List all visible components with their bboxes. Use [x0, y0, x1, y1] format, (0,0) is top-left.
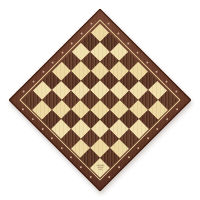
frame-dot: [108, 22, 111, 25]
frame-dot: [137, 51, 140, 54]
squares-grid: [23, 23, 177, 177]
frame-dot: [146, 137, 149, 140]
frame-dot: [127, 41, 130, 44]
frame-dot: [165, 117, 168, 120]
frame-dot: [137, 146, 140, 149]
frame-dot: [22, 90, 25, 93]
frame-dot: [22, 108, 25, 111]
frame-dot: [156, 127, 159, 130]
frame-dot: [61, 51, 64, 54]
frame-dot: [175, 90, 178, 93]
frame-dot: [165, 80, 168, 83]
frame-dot: [156, 70, 159, 73]
frame-dot: [70, 41, 73, 44]
frame-dot: [41, 70, 44, 73]
frame-dot: [146, 61, 149, 64]
frame-dot: [90, 22, 93, 25]
frame-dot: [70, 156, 73, 159]
photo-background: [0, 0, 200, 200]
frame-dot: [61, 146, 64, 149]
frame-dot: [51, 137, 54, 140]
frame-dot: [80, 165, 83, 168]
frame-dot: [41, 127, 44, 130]
frame-dot: [32, 117, 35, 120]
frame-dot: [80, 32, 83, 35]
frame-dot: [32, 80, 35, 83]
frame-dot: [175, 108, 178, 111]
frame-dot: [90, 175, 93, 178]
frame-dot: [51, 61, 54, 64]
frame-dot: [127, 156, 130, 159]
board-shadow: [0, 0, 200, 200]
frame-dot: [108, 175, 111, 178]
frame-dot: [117, 32, 120, 35]
frame-dot: [117, 165, 120, 168]
chess-board: [8, 8, 192, 192]
